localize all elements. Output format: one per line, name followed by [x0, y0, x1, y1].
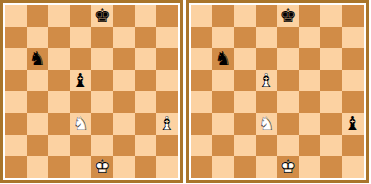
square-f5[interactable] [299, 70, 321, 92]
square-b6[interactable]: ♞ [212, 48, 234, 70]
square-g1[interactable] [320, 156, 342, 178]
square-h6[interactable] [156, 48, 178, 70]
white-king-fill: ♚ [277, 156, 299, 178]
square-d4[interactable] [70, 91, 92, 113]
piece-black-king: ♚ [277, 5, 299, 27]
white-knight-fill: ♞ [70, 113, 92, 135]
square-a6[interactable] [191, 48, 213, 70]
square-d8[interactable] [256, 5, 278, 27]
square-e2[interactable] [277, 135, 299, 157]
square-f7[interactable] [113, 27, 135, 49]
square-f7[interactable] [299, 27, 321, 49]
square-g2[interactable] [135, 135, 157, 157]
square-b1[interactable] [27, 156, 49, 178]
square-c5[interactable] [234, 70, 256, 92]
square-g6[interactable] [320, 48, 342, 70]
chess-diagram-pair: ♚♞♝♞♘♝♗♚♔ ♚♞♝♗♞♘♝♚♔ [0, 0, 371, 184]
square-h5[interactable] [342, 70, 364, 92]
piece-black-king: ♚ [91, 5, 113, 27]
square-a4[interactable] [5, 91, 27, 113]
piece-white-bishop: ♗ [156, 113, 178, 135]
square-c7[interactable] [234, 27, 256, 49]
piece-white-knight: ♘ [70, 113, 92, 135]
square-a6[interactable] [5, 48, 27, 70]
square-g5[interactable] [135, 70, 157, 92]
square-f4[interactable] [113, 91, 135, 113]
square-f4[interactable] [299, 91, 321, 113]
square-b3[interactable] [27, 113, 49, 135]
square-d6[interactable] [70, 48, 92, 70]
square-b5[interactable] [212, 70, 234, 92]
square-a8[interactable] [191, 5, 213, 27]
square-g7[interactable] [135, 27, 157, 49]
square-b8[interactable] [27, 5, 49, 27]
square-h3[interactable]: ♝ [342, 113, 364, 135]
square-h7[interactable] [156, 27, 178, 49]
piece-white-king: ♔ [91, 156, 113, 178]
square-c3[interactable] [48, 113, 70, 135]
square-d4[interactable] [256, 91, 278, 113]
square-e4[interactable] [277, 91, 299, 113]
square-f3[interactable] [299, 113, 321, 135]
square-c1[interactable] [234, 156, 256, 178]
square-c8[interactable] [48, 5, 70, 27]
square-h2[interactable] [342, 135, 364, 157]
square-d5[interactable]: ♝♗ [256, 70, 278, 92]
square-b4[interactable] [27, 91, 49, 113]
square-a3[interactable] [191, 113, 213, 135]
square-d2[interactable] [70, 135, 92, 157]
square-e1[interactable]: ♚♔ [277, 156, 299, 178]
white-bishop-fill: ♝ [156, 113, 178, 135]
square-d2[interactable] [256, 135, 278, 157]
square-e3[interactable] [91, 113, 113, 135]
square-c1[interactable] [48, 156, 70, 178]
square-b8[interactable] [212, 5, 234, 27]
square-e7[interactable] [277, 27, 299, 49]
square-h1[interactable] [156, 156, 178, 178]
square-a5[interactable] [191, 70, 213, 92]
square-d6[interactable] [256, 48, 278, 70]
square-f5[interactable] [113, 70, 135, 92]
square-a3[interactable] [5, 113, 27, 135]
square-h7[interactable] [342, 27, 364, 49]
square-b7[interactable] [212, 27, 234, 49]
square-a7[interactable] [191, 27, 213, 49]
white-bishop-fill: ♝ [256, 70, 278, 92]
square-c7[interactable] [48, 27, 70, 49]
piece-black-knight: ♞ [27, 48, 49, 70]
square-f8[interactable] [299, 5, 321, 27]
square-b2[interactable] [27, 135, 49, 157]
square-b7[interactable] [27, 27, 49, 49]
square-c3[interactable] [234, 113, 256, 135]
square-c8[interactable] [234, 5, 256, 27]
square-e7[interactable] [91, 27, 113, 49]
square-e3[interactable] [277, 113, 299, 135]
square-f2[interactable] [113, 135, 135, 157]
left-board-frame: ♚♞♝♞♘♝♗♚♔ [0, 0, 183, 183]
square-d5[interactable]: ♝ [70, 70, 92, 92]
square-g3[interactable] [320, 113, 342, 135]
square-e6[interactable] [277, 48, 299, 70]
square-e8[interactable]: ♚ [277, 5, 299, 27]
piece-white-king: ♔ [277, 156, 299, 178]
piece-black-knight: ♞ [212, 48, 234, 70]
square-h4[interactable] [342, 91, 364, 113]
square-d3[interactable]: ♞♘ [70, 113, 92, 135]
square-h8[interactable] [342, 5, 364, 27]
square-f1[interactable] [299, 156, 321, 178]
square-g7[interactable] [320, 27, 342, 49]
square-b4[interactable] [212, 91, 234, 113]
square-d1[interactable] [70, 156, 92, 178]
right-board-frame: ♚♞♝♗♞♘♝♚♔ [186, 0, 369, 183]
square-a4[interactable] [191, 91, 213, 113]
square-h3[interactable]: ♝♗ [156, 113, 178, 135]
square-e5[interactable] [277, 70, 299, 92]
square-g5[interactable] [320, 70, 342, 92]
square-e8[interactable]: ♚ [91, 5, 113, 27]
square-a1[interactable] [5, 156, 27, 178]
square-c2[interactable] [234, 135, 256, 157]
square-h2[interactable] [156, 135, 178, 157]
piece-white-bishop: ♗ [256, 70, 278, 92]
square-g2[interactable] [320, 135, 342, 157]
square-f2[interactable] [299, 135, 321, 157]
square-b3[interactable] [212, 113, 234, 135]
square-h6[interactable] [342, 48, 364, 70]
square-g4[interactable] [320, 91, 342, 113]
square-g8[interactable] [135, 5, 157, 27]
white-knight-fill: ♞ [256, 113, 278, 135]
square-c2[interactable] [48, 135, 70, 157]
square-e2[interactable] [91, 135, 113, 157]
square-b5[interactable] [27, 70, 49, 92]
square-f6[interactable] [113, 48, 135, 70]
square-a2[interactable] [5, 135, 27, 157]
square-a1[interactable] [191, 156, 213, 178]
square-a7[interactable] [5, 27, 27, 49]
square-b1[interactable] [212, 156, 234, 178]
square-h5[interactable] [156, 70, 178, 92]
square-e1[interactable]: ♚♔ [91, 156, 113, 178]
piece-black-bishop: ♝ [70, 70, 92, 92]
square-h1[interactable] [342, 156, 364, 178]
square-h8[interactable] [156, 5, 178, 27]
square-b2[interactable] [212, 135, 234, 157]
square-a2[interactable] [191, 135, 213, 157]
square-c6[interactable] [48, 48, 70, 70]
square-d3[interactable]: ♞♘ [256, 113, 278, 135]
square-g4[interactable] [135, 91, 157, 113]
square-f8[interactable] [113, 5, 135, 27]
white-king-fill: ♚ [91, 156, 113, 178]
square-e5[interactable] [91, 70, 113, 92]
square-d8[interactable] [70, 5, 92, 27]
piece-black-bishop: ♝ [342, 113, 364, 135]
square-f1[interactable] [113, 156, 135, 178]
square-h4[interactable] [156, 91, 178, 113]
square-f3[interactable] [113, 113, 135, 135]
square-e6[interactable] [91, 48, 113, 70]
square-b6[interactable]: ♞ [27, 48, 49, 70]
square-c5[interactable] [48, 70, 70, 92]
right-board: ♚♞♝♗♞♘♝♚♔ [191, 5, 364, 178]
square-a8[interactable] [5, 5, 27, 27]
square-d7[interactable] [256, 27, 278, 49]
square-a5[interactable] [5, 70, 27, 92]
square-g3[interactable] [135, 113, 157, 135]
square-d1[interactable] [256, 156, 278, 178]
square-d7[interactable] [70, 27, 92, 49]
piece-white-knight: ♘ [256, 113, 278, 135]
square-e4[interactable] [91, 91, 113, 113]
square-g8[interactable] [320, 5, 342, 27]
square-f6[interactable] [299, 48, 321, 70]
square-c6[interactable] [234, 48, 256, 70]
square-g1[interactable] [135, 156, 157, 178]
square-c4[interactable] [48, 91, 70, 113]
square-c4[interactable] [234, 91, 256, 113]
left-board: ♚♞♝♞♘♝♗♚♔ [5, 5, 178, 178]
square-g6[interactable] [135, 48, 157, 70]
